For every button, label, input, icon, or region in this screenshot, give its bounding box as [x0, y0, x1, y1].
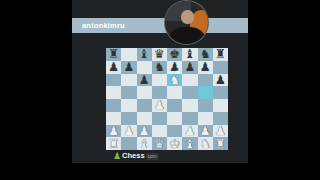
- square-b4: [121, 99, 136, 112]
- avatar-person-head: [181, 10, 194, 24]
- black-pawn-f7: ♟: [184, 61, 195, 73]
- square-h6: ♟: [213, 74, 228, 87]
- avatar-person-torso: [169, 27, 205, 45]
- square-c4: [137, 99, 152, 112]
- chesscom-pawn-icon: ♟: [113, 152, 121, 161]
- white-pawn-b2: ♟: [123, 124, 134, 136]
- white-knight-e6: ♞: [169, 73, 180, 85]
- avatar: [164, 0, 209, 45]
- square-b1: [121, 137, 136, 150]
- chesscom-watermark: ♟ Chess com: [113, 150, 159, 162]
- square-h5: [213, 86, 228, 99]
- square-a5: [106, 86, 121, 99]
- square-b6: [121, 74, 136, 87]
- square-d1: ♛: [152, 137, 167, 150]
- white-queen-d1: ♛: [154, 137, 165, 149]
- square-b2: ♟: [121, 125, 136, 138]
- square-a4: [106, 99, 121, 112]
- white-rook-a1: ♜: [108, 137, 119, 149]
- square-f5: [182, 86, 197, 99]
- black-queen-d8: ♛: [154, 48, 165, 60]
- square-e3: [167, 112, 182, 125]
- black-knight-g8: ♞: [200, 48, 211, 60]
- black-rook-a8: ♜: [108, 48, 119, 60]
- square-f1: ♝: [182, 137, 197, 150]
- square-h8: ♜: [213, 48, 228, 61]
- square-a1: ♜: [106, 137, 121, 150]
- square-h4: [213, 99, 228, 112]
- black-pawn-h6: ♟: [215, 73, 226, 85]
- square-b7: ♟: [121, 61, 136, 74]
- short-video-stage: antonkimru ♜♝♛♚♝♞♜♟♟♞♟♟♟♟♞♟♟♟♟♟♟♟♟♜♝♛♚♝♞…: [0, 0, 320, 180]
- username-bar: antonkimru: [72, 18, 248, 33]
- white-pawn-h2: ♟: [215, 124, 226, 136]
- square-g1: ♞: [198, 137, 213, 150]
- white-pawn-d4: ♟: [154, 99, 165, 111]
- white-king-e1: ♚: [169, 137, 180, 149]
- white-pawn-g2: ♟: [200, 124, 211, 136]
- chess-board: ♜♝♛♚♝♞♜♟♟♞♟♟♟♟♞♟♟♟♟♟♟♟♟♜♝♛♚♝♞♜: [106, 48, 228, 150]
- square-e1: ♚: [167, 137, 182, 150]
- square-a6: [106, 74, 121, 87]
- square-c5: [137, 86, 152, 99]
- black-bishop-c8: ♝: [139, 48, 150, 60]
- square-e4: [167, 99, 182, 112]
- black-knight-d7: ♞: [154, 61, 165, 73]
- white-knight-g1: ♞: [200, 137, 211, 149]
- square-f7: ♟: [182, 61, 197, 74]
- white-pawn-c2: ♟: [139, 124, 150, 136]
- square-d3: [152, 112, 167, 125]
- square-c8: ♝: [137, 48, 152, 61]
- square-b5: [121, 86, 136, 99]
- black-pawn-b7: ♟: [123, 61, 134, 73]
- square-d6: [152, 74, 167, 87]
- square-h1: ♜: [213, 137, 228, 150]
- square-a7: ♟: [106, 61, 121, 74]
- move-sparkle-effect: ✦: [175, 69, 180, 75]
- square-g7: ♟: [198, 61, 213, 74]
- square-g6: [198, 74, 213, 87]
- video-frame[interactable]: antonkimru ♜♝♛♚♝♞♜♟♟♞♟♟♟♟♞♟♟♟♟♟♟♟♟♜♝♛♚♝♞…: [72, 0, 248, 163]
- square-e5: [167, 86, 182, 99]
- chesscom-tld-badge: com: [146, 153, 159, 160]
- white-bishop-c1: ♝: [139, 137, 150, 149]
- black-bishop-f8: ♝: [184, 48, 195, 60]
- white-pawn-f2: ♟: [184, 124, 195, 136]
- white-rook-h1: ♜: [215, 137, 226, 149]
- white-pawn-a2: ♟: [108, 124, 119, 136]
- square-f4: [182, 99, 197, 112]
- square-c6: ♟: [137, 74, 152, 87]
- square-c1: ♝: [137, 137, 152, 150]
- square-g4: [198, 99, 213, 112]
- black-rook-h8: ♜: [215, 48, 226, 60]
- white-bishop-f1: ♝: [184, 137, 195, 149]
- square-e6: ♞: [167, 74, 182, 87]
- black-pawn-c6: ♟: [139, 73, 150, 85]
- square-g5: [198, 86, 213, 99]
- black-pawn-g7: ♟: [200, 61, 211, 73]
- username-label: antonkimru: [82, 21, 125, 30]
- black-pawn-a7: ♟: [108, 61, 119, 73]
- chesscom-brand-text: Chess: [122, 152, 145, 160]
- square-d7: ♞: [152, 61, 167, 74]
- black-king-e8: ♚: [169, 48, 180, 60]
- square-d4: ♟: [152, 99, 167, 112]
- square-f6: [182, 74, 197, 87]
